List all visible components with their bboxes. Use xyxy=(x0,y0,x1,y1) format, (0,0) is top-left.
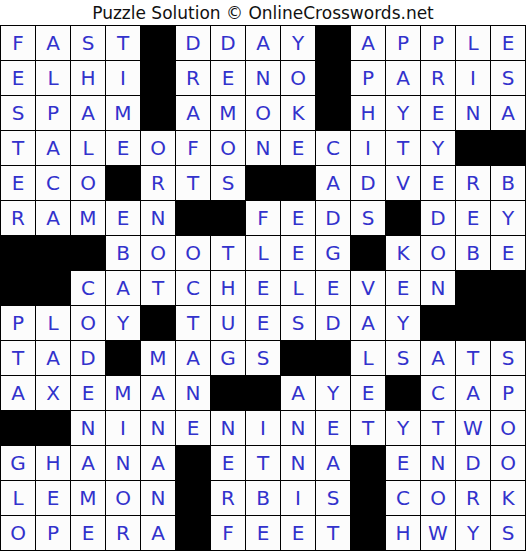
letter-cell-r6c11: S xyxy=(351,201,385,235)
letter-cell-r5c12: V xyxy=(386,166,420,200)
letter-cell-r14c4: O xyxy=(106,481,140,515)
letter-cell-r11c4: M xyxy=(106,376,140,410)
letter-cell-r15c10: T xyxy=(316,516,350,550)
letter-cell-r8c3: C xyxy=(71,271,105,305)
letter-cell-r8c9: L xyxy=(281,271,315,305)
letter-cell-r1c4: T xyxy=(106,26,140,60)
letter-cell-r3c2: P xyxy=(36,96,70,130)
letter-cell-r13c9: N xyxy=(281,446,315,480)
letter-cell-r3c12: Y xyxy=(386,96,420,130)
letter-cell-r11c1: A xyxy=(1,376,35,410)
block-cell-r13c11 xyxy=(351,446,385,480)
letter-cell-r12c15: O xyxy=(491,411,525,445)
block-cell-r7c2 xyxy=(36,236,70,270)
letter-cell-r2c13: R xyxy=(421,61,455,95)
letter-cell-r14c15: K xyxy=(491,481,525,515)
page-title: Puzzle Solution © OnlineCrosswords.net xyxy=(0,0,526,25)
block-cell-r14c11 xyxy=(351,481,385,515)
letter-cell-r11c3: E xyxy=(71,376,105,410)
letter-cell-r3c4: M xyxy=(106,96,140,130)
block-cell-r12c1 xyxy=(1,411,35,445)
letter-cell-r3c6: A xyxy=(176,96,210,130)
letter-cell-r4c12: T xyxy=(386,131,420,165)
letter-cell-r9c11: A xyxy=(351,306,385,340)
letter-cell-r12c4: I xyxy=(106,411,140,445)
letter-cell-r2c7: E xyxy=(211,61,245,95)
letter-cell-r10c2: A xyxy=(36,341,70,375)
letter-cell-r2c9: O xyxy=(281,61,315,95)
letter-cell-r7c4: B xyxy=(106,236,140,270)
block-cell-r5c9 xyxy=(281,166,315,200)
letter-cell-r2c4: I xyxy=(106,61,140,95)
letter-cell-r4c10: C xyxy=(316,131,350,165)
letter-cell-r3c9: K xyxy=(281,96,315,130)
letter-cell-r7c10: G xyxy=(316,236,350,270)
letter-cell-r15c8: E xyxy=(246,516,280,550)
letter-cell-r12c14: W xyxy=(456,411,490,445)
block-cell-r9c14 xyxy=(456,306,490,340)
letter-cell-r4c11: I xyxy=(351,131,385,165)
block-cell-r15c6 xyxy=(176,516,210,550)
letter-cell-r13c5: A xyxy=(141,446,175,480)
letter-cell-r2c1: E xyxy=(1,61,35,95)
letter-cell-r1c9: Y xyxy=(281,26,315,60)
letter-cell-r15c1: O xyxy=(1,516,35,550)
letter-cell-r13c10: A xyxy=(316,446,350,480)
letter-cell-r10c8: S xyxy=(246,341,280,375)
letter-cell-r8c7: H xyxy=(211,271,245,305)
letter-cell-r3c1: S xyxy=(1,96,35,130)
letter-cell-r12c10: E xyxy=(316,411,350,445)
letter-cell-r2c15: S xyxy=(491,61,525,95)
letter-cell-r6c8: F xyxy=(246,201,280,235)
letter-cell-r2c12: A xyxy=(386,61,420,95)
letter-cell-r14c9: I xyxy=(281,481,315,515)
block-cell-r5c8 xyxy=(246,166,280,200)
letter-cell-r1c6: D xyxy=(176,26,210,60)
letter-cell-r12c11: T xyxy=(351,411,385,445)
block-cell-r7c11 xyxy=(351,236,385,270)
letter-cell-r1c13: P xyxy=(421,26,455,60)
letter-cell-r4c2: A xyxy=(36,131,70,165)
letter-cell-r8c13: N xyxy=(421,271,455,305)
block-cell-r15c11 xyxy=(351,516,385,550)
letter-cell-r5c2: C xyxy=(36,166,70,200)
letter-cell-r8c5: T xyxy=(141,271,175,305)
letter-cell-r14c14: R xyxy=(456,481,490,515)
letter-cell-r6c1: R xyxy=(1,201,35,235)
block-cell-r9c15 xyxy=(491,306,525,340)
letter-cell-r14c5: N xyxy=(141,481,175,515)
letter-cell-r10c12: S xyxy=(386,341,420,375)
block-cell-r10c10 xyxy=(316,341,350,375)
letter-cell-r13c15: O xyxy=(491,446,525,480)
block-cell-r8c1 xyxy=(1,271,35,305)
letter-cell-r4c9: E xyxy=(281,131,315,165)
letter-cell-r13c7: E xyxy=(211,446,245,480)
letter-cell-r12c8: I xyxy=(246,411,280,445)
letter-cell-r7c9: E xyxy=(281,236,315,270)
letter-cell-r13c3: A xyxy=(71,446,105,480)
letter-cell-r5c5: R xyxy=(141,166,175,200)
letter-cell-r14c8: B xyxy=(246,481,280,515)
letter-cell-r3c14: N xyxy=(456,96,490,130)
letter-cell-r14c12: C xyxy=(386,481,420,515)
letter-cell-r13c14: D xyxy=(456,446,490,480)
letter-cell-r14c13: O xyxy=(421,481,455,515)
letter-cell-r9c3: O xyxy=(71,306,105,340)
letter-cell-r9c4: Y xyxy=(106,306,140,340)
letter-cell-r5c7: S xyxy=(211,166,245,200)
letter-cell-r7c6: O xyxy=(176,236,210,270)
letter-cell-r13c1: G xyxy=(1,446,35,480)
letter-cell-r9c10: D xyxy=(316,306,350,340)
letter-cell-r5c3: O xyxy=(71,166,105,200)
letter-cell-r5c11: D xyxy=(351,166,385,200)
block-cell-r4c14 xyxy=(456,131,490,165)
block-cell-r7c1 xyxy=(1,236,35,270)
letter-cell-r4c5: O xyxy=(141,131,175,165)
letter-cell-r5c15: B xyxy=(491,166,525,200)
block-cell-r2c10 xyxy=(316,61,350,95)
letter-cell-r13c13: N xyxy=(421,446,455,480)
letter-cell-r5c13: E xyxy=(421,166,455,200)
letter-cell-r1c7: D xyxy=(211,26,245,60)
letter-cell-r10c13: A xyxy=(421,341,455,375)
letter-cell-r9c2: L xyxy=(36,306,70,340)
letter-cell-r14c2: E xyxy=(36,481,70,515)
letter-cell-r2c3: H xyxy=(71,61,105,95)
letter-cell-r12c6: E xyxy=(176,411,210,445)
letter-cell-r7c12: K xyxy=(386,236,420,270)
letter-cell-r5c14: R xyxy=(456,166,490,200)
letter-cell-r14c10: S xyxy=(316,481,350,515)
letter-cell-r6c15: Y xyxy=(491,201,525,235)
letter-cell-r15c2: P xyxy=(36,516,70,550)
letter-cell-r10c11: L xyxy=(351,341,385,375)
letter-cell-r9c12: Y xyxy=(386,306,420,340)
letter-cell-r11c6: N xyxy=(176,376,210,410)
letter-cell-r4c8: N xyxy=(246,131,280,165)
letter-cell-r8c11: V xyxy=(351,271,385,305)
letter-cell-r14c7: R xyxy=(211,481,245,515)
letter-cell-r1c8: A xyxy=(246,26,280,60)
letter-cell-r7c7: T xyxy=(211,236,245,270)
letter-cell-r11c14: A xyxy=(456,376,490,410)
letter-cell-r11c5: A xyxy=(141,376,175,410)
letter-cell-r2c8: N xyxy=(246,61,280,95)
letter-cell-r2c11: P xyxy=(351,61,385,95)
block-cell-r13c6 xyxy=(176,446,210,480)
letter-cell-r12c13: T xyxy=(421,411,455,445)
block-cell-r8c14 xyxy=(456,271,490,305)
letter-cell-r13c12: E xyxy=(386,446,420,480)
block-cell-r5c4 xyxy=(106,166,140,200)
block-cell-r6c7 xyxy=(211,201,245,235)
letter-cell-r9c8: E xyxy=(246,306,280,340)
letter-cell-r9c7: U xyxy=(211,306,245,340)
letter-cell-r3c8: O xyxy=(246,96,280,130)
block-cell-r3c5 xyxy=(141,96,175,130)
letter-cell-r6c5: N xyxy=(141,201,175,235)
letter-cell-r1c1: F xyxy=(1,26,35,60)
letter-cell-r15c12: H xyxy=(386,516,420,550)
letter-cell-r9c6: T xyxy=(176,306,210,340)
letter-cell-r11c11: E xyxy=(351,376,385,410)
block-cell-r9c13 xyxy=(421,306,455,340)
block-cell-r14c6 xyxy=(176,481,210,515)
letter-cell-r1c3: S xyxy=(71,26,105,60)
block-cell-r2c5 xyxy=(141,61,175,95)
block-cell-r8c2 xyxy=(36,271,70,305)
letter-cell-r12c7: N xyxy=(211,411,245,445)
letter-cell-r6c9: E xyxy=(281,201,315,235)
letter-cell-r12c9: N xyxy=(281,411,315,445)
letter-cell-r3c11: H xyxy=(351,96,385,130)
letter-cell-r15c13: W xyxy=(421,516,455,550)
letter-cell-r4c7: O xyxy=(211,131,245,165)
letter-cell-r6c13: D xyxy=(421,201,455,235)
letter-cell-r1c15: E xyxy=(491,26,525,60)
letter-cell-r10c7: G xyxy=(211,341,245,375)
letter-cell-r10c15: S xyxy=(491,341,525,375)
letter-cell-r1c14: L xyxy=(456,26,490,60)
block-cell-r10c9 xyxy=(281,341,315,375)
letter-cell-r8c8: E xyxy=(246,271,280,305)
letter-cell-r13c4: N xyxy=(106,446,140,480)
letter-cell-r1c2: A xyxy=(36,26,70,60)
letter-cell-r1c11: A xyxy=(351,26,385,60)
letter-cell-r6c10: D xyxy=(316,201,350,235)
letter-cell-r9c9: S xyxy=(281,306,315,340)
letter-cell-r10c1: T xyxy=(1,341,35,375)
letter-cell-r9c1: P xyxy=(1,306,35,340)
letter-cell-r3c13: E xyxy=(421,96,455,130)
block-cell-r7c3 xyxy=(71,236,105,270)
letter-cell-r8c4: A xyxy=(106,271,140,305)
letter-cell-r11c9: A xyxy=(281,376,315,410)
letter-cell-r7c14: B xyxy=(456,236,490,270)
block-cell-r11c12 xyxy=(386,376,420,410)
letter-cell-r4c6: F xyxy=(176,131,210,165)
letter-cell-r5c10: A xyxy=(316,166,350,200)
block-cell-r3c10 xyxy=(316,96,350,130)
letter-cell-r11c13: C xyxy=(421,376,455,410)
letter-cell-r7c13: O xyxy=(421,236,455,270)
block-cell-r6c12 xyxy=(386,201,420,235)
letter-cell-r15c4: R xyxy=(106,516,140,550)
letter-cell-r15c3: E xyxy=(71,516,105,550)
block-cell-r1c5 xyxy=(141,26,175,60)
letter-cell-r15c5: A xyxy=(141,516,175,550)
letter-cell-r3c15: A xyxy=(491,96,525,130)
letter-cell-r6c2: A xyxy=(36,201,70,235)
letter-cell-r11c15: P xyxy=(491,376,525,410)
letter-cell-r15c9: E xyxy=(281,516,315,550)
letter-cell-r5c1: E xyxy=(1,166,35,200)
block-cell-r12c2 xyxy=(36,411,70,445)
letter-cell-r4c4: E xyxy=(106,131,140,165)
letter-cell-r4c13: Y xyxy=(421,131,455,165)
crossword-grid: FASTDDAYAPPLEELHIRENOPARISSPAMAMOKHYENAT… xyxy=(0,25,526,551)
letter-cell-r7c15: E xyxy=(491,236,525,270)
puzzle-solution-page: Puzzle Solution © OnlineCrosswords.net F… xyxy=(0,0,526,551)
letter-cell-r4c1: T xyxy=(1,131,35,165)
block-cell-r1c10 xyxy=(316,26,350,60)
letter-cell-r13c2: H xyxy=(36,446,70,480)
letter-cell-r8c10: E xyxy=(316,271,350,305)
letter-cell-r7c8: L xyxy=(246,236,280,270)
letter-cell-r1c12: P xyxy=(386,26,420,60)
letter-cell-r12c5: N xyxy=(141,411,175,445)
letter-cell-r12c3: N xyxy=(71,411,105,445)
letter-cell-r2c6: R xyxy=(176,61,210,95)
letter-cell-r10c3: D xyxy=(71,341,105,375)
block-cell-r6c6 xyxy=(176,201,210,235)
letter-cell-r6c3: M xyxy=(71,201,105,235)
block-cell-r8c15 xyxy=(491,271,525,305)
letter-cell-r10c6: A xyxy=(176,341,210,375)
letter-cell-r3c3: A xyxy=(71,96,105,130)
block-cell-r11c7 xyxy=(211,376,245,410)
letter-cell-r8c12: E xyxy=(386,271,420,305)
letter-cell-r12c12: Y xyxy=(386,411,420,445)
letter-cell-r5c6: T xyxy=(176,166,210,200)
letter-cell-r7c5: O xyxy=(141,236,175,270)
block-cell-r4c15 xyxy=(491,131,525,165)
letter-cell-r11c2: X xyxy=(36,376,70,410)
letter-cell-r3c7: M xyxy=(211,96,245,130)
letter-cell-r15c7: F xyxy=(211,516,245,550)
letter-cell-r6c14: E xyxy=(456,201,490,235)
letter-cell-r15c14: Y xyxy=(456,516,490,550)
block-cell-r9c5 xyxy=(141,306,175,340)
letter-cell-r14c1: L xyxy=(1,481,35,515)
letter-cell-r2c2: L xyxy=(36,61,70,95)
letter-cell-r10c14: T xyxy=(456,341,490,375)
letter-cell-r11c10: Y xyxy=(316,376,350,410)
letter-cell-r8c6: C xyxy=(176,271,210,305)
letter-cell-r15c15: S xyxy=(491,516,525,550)
letter-cell-r14c3: M xyxy=(71,481,105,515)
letter-cell-r2c14: I xyxy=(456,61,490,95)
block-cell-r11c8 xyxy=(246,376,280,410)
letter-cell-r6c4: E xyxy=(106,201,140,235)
letter-cell-r4c3: L xyxy=(71,131,105,165)
block-cell-r10c4 xyxy=(106,341,140,375)
letter-cell-r10c5: M xyxy=(141,341,175,375)
letter-cell-r13c8: T xyxy=(246,446,280,480)
